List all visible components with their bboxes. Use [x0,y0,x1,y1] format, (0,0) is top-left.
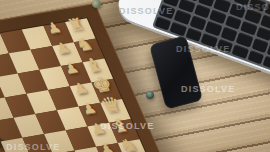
board-square: ♞ [118,139,148,152]
small-green-object-side [146,91,154,99]
board-grid: ♜♟♟♜♞♟♟♞♝♟♟♝♚♟♟♚♛♟♟♛♝♟♟♝♞♟♟♞♜♟♟♜ [0,18,157,152]
stock-photo-scene: ♜♟♟♜♞♟♟♞♝♟♟♝♚♟♟♚♛♟♟♛♝♟♟♝♞♟♟♞♜♟♟♜ DISSOLV… [0,0,270,152]
keyboard-key [263,55,270,70]
small-green-object-top [92,0,101,8]
